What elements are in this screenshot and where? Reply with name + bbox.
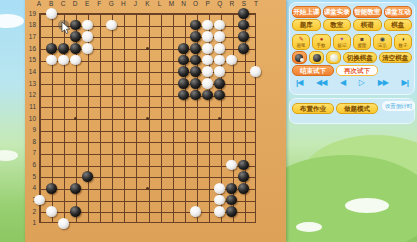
board-cell-H8[interactable] bbox=[117, 136, 129, 148]
board-cell-G4[interactable] bbox=[105, 182, 117, 194]
board-cell-Q8[interactable] bbox=[214, 136, 226, 148]
board-cell-L12[interactable] bbox=[153, 89, 165, 101]
board-cell-C8[interactable] bbox=[57, 136, 69, 148]
board-cell-T7[interactable] bbox=[250, 147, 262, 159]
game-record-button[interactable]: 棋谱 bbox=[353, 19, 382, 31]
board-cell-T12[interactable] bbox=[250, 89, 262, 101]
board-cell-C7[interactable] bbox=[57, 147, 69, 159]
board-cell-C6[interactable] bbox=[57, 159, 69, 171]
board-cell-Q19[interactable] bbox=[214, 8, 226, 20]
board-cell-M14[interactable] bbox=[166, 66, 178, 78]
board-cell-L1[interactable] bbox=[153, 217, 165, 229]
board-cell-F3[interactable] bbox=[93, 194, 105, 206]
board-cell-F8[interactable] bbox=[93, 136, 105, 148]
board-cell-G15[interactable] bbox=[105, 54, 117, 66]
forward-many-icon[interactable]: ▶▶ bbox=[378, 78, 388, 87]
board-cell-L19[interactable] bbox=[153, 8, 165, 20]
board-cell-B18[interactable] bbox=[45, 19, 57, 31]
board-cell-M6[interactable] bbox=[166, 159, 178, 171]
board-cell-Q14[interactable] bbox=[214, 66, 226, 78]
board-cell-T17[interactable] bbox=[250, 31, 262, 43]
board-cell-H16[interactable] bbox=[117, 43, 129, 55]
board-cell-P6[interactable] bbox=[202, 159, 214, 171]
board-cell-G16[interactable] bbox=[105, 43, 117, 55]
board-cell-S2[interactable] bbox=[238, 206, 250, 218]
board-cell-J15[interactable] bbox=[129, 54, 141, 66]
board-cell-P15[interactable] bbox=[202, 54, 214, 66]
board-cell-N19[interactable] bbox=[178, 8, 190, 20]
board-cell-K18[interactable] bbox=[141, 19, 153, 31]
set-countdown-button[interactable]: 设置倒计时 bbox=[382, 101, 415, 111]
board-cell-K7[interactable] bbox=[141, 147, 153, 159]
board-cell-J19[interactable] bbox=[129, 8, 141, 20]
board-cell-S8[interactable] bbox=[238, 136, 250, 148]
board-cell-H13[interactable] bbox=[117, 78, 129, 90]
board-cell-S7[interactable] bbox=[238, 147, 250, 159]
board-cell-S5[interactable] bbox=[238, 171, 250, 183]
board-cell-D10[interactable] bbox=[69, 113, 81, 125]
board-cell-M5[interactable] bbox=[166, 171, 178, 183]
move-number-tool-button[interactable]: ● 手数 bbox=[312, 34, 330, 50]
board-cell-E17[interactable] bbox=[81, 31, 93, 43]
board-cell-D11[interactable] bbox=[69, 101, 81, 113]
board-cell-T5[interactable] bbox=[250, 171, 262, 183]
board-cell-N4[interactable] bbox=[178, 182, 190, 194]
board-cell-B6[interactable] bbox=[45, 159, 57, 171]
board-cell-N13[interactable] bbox=[178, 78, 190, 90]
board-cell-D5[interactable] bbox=[69, 171, 81, 183]
board-cell-O7[interactable] bbox=[190, 147, 202, 159]
board-cell-E4[interactable] bbox=[81, 182, 93, 194]
board-cell-D16[interactable] bbox=[69, 43, 81, 55]
board-cell-A7[interactable] bbox=[33, 147, 45, 159]
board-cell-L16[interactable] bbox=[153, 43, 165, 55]
board-cell-H9[interactable] bbox=[117, 124, 129, 136]
board-cell-F6[interactable] bbox=[93, 159, 105, 171]
board-cell-D6[interactable] bbox=[69, 159, 81, 171]
board-cell-Q3[interactable] bbox=[214, 194, 226, 206]
board-cell-H3[interactable] bbox=[117, 194, 129, 206]
board-cell-O5[interactable] bbox=[190, 171, 202, 183]
board-cell-R1[interactable] bbox=[226, 217, 238, 229]
board-cell-A13[interactable] bbox=[33, 78, 45, 90]
board-cell-A16[interactable] bbox=[33, 43, 45, 55]
board-cell-N3[interactable] bbox=[178, 194, 190, 206]
board-cell-K19[interactable] bbox=[141, 8, 153, 20]
board-cell-M3[interactable] bbox=[166, 194, 178, 206]
board-cell-K14[interactable] bbox=[141, 66, 153, 78]
board-cell-T10[interactable] bbox=[250, 113, 262, 125]
board-cell-K9[interactable] bbox=[141, 124, 153, 136]
board-cell-S3[interactable] bbox=[238, 194, 250, 206]
board-cell-S17[interactable] bbox=[238, 31, 250, 43]
board-cell-P14[interactable] bbox=[202, 66, 214, 78]
board-cell-S12[interactable] bbox=[238, 89, 250, 101]
board-cell-S11[interactable] bbox=[238, 101, 250, 113]
board-cell-D1[interactable] bbox=[69, 217, 81, 229]
board-cell-D7[interactable] bbox=[69, 147, 81, 159]
board-cell-O11[interactable] bbox=[190, 101, 202, 113]
board-cell-A5[interactable] bbox=[33, 171, 45, 183]
board-cell-B2[interactable] bbox=[45, 206, 57, 218]
board-cell-E15[interactable] bbox=[81, 54, 93, 66]
board-cell-E9[interactable] bbox=[81, 124, 93, 136]
board-cell-C14[interactable] bbox=[57, 66, 69, 78]
board-cell-R13[interactable] bbox=[226, 78, 238, 90]
board-cell-E14[interactable] bbox=[81, 66, 93, 78]
board-cell-B9[interactable] bbox=[45, 124, 57, 136]
board-cell-B16[interactable] bbox=[45, 43, 57, 55]
play-icon[interactable]: ▷ bbox=[359, 78, 364, 87]
board-cell-L3[interactable] bbox=[153, 194, 165, 206]
board-cell-S10[interactable] bbox=[238, 113, 250, 125]
start-class-button[interactable]: 开始上课 bbox=[292, 6, 321, 18]
board-cell-P18[interactable] bbox=[202, 19, 214, 31]
board-cell-N18[interactable] bbox=[178, 19, 190, 31]
board-cell-J10[interactable] bbox=[129, 113, 141, 125]
board-cell-T18[interactable] bbox=[250, 19, 262, 31]
board-cell-T13[interactable] bbox=[250, 78, 262, 90]
board-cell-O4[interactable] bbox=[190, 182, 202, 194]
board-cell-K13[interactable] bbox=[141, 78, 153, 90]
board-cell-P5[interactable] bbox=[202, 171, 214, 183]
board-cell-N15[interactable] bbox=[178, 54, 190, 66]
black-stone-mode-button[interactable] bbox=[309, 51, 324, 64]
board-cell-K3[interactable] bbox=[141, 194, 153, 206]
board-cell-E10[interactable] bbox=[81, 113, 93, 125]
board-cell-C10[interactable] bbox=[57, 113, 69, 125]
board-cell-S18[interactable] bbox=[238, 19, 250, 31]
board-cell-T6[interactable] bbox=[250, 159, 262, 171]
board-cell-M2[interactable] bbox=[166, 206, 178, 218]
board-cell-O2[interactable] bbox=[190, 206, 202, 218]
classroom-button[interactable]: 教室 bbox=[323, 19, 352, 31]
board-cell-N17[interactable] bbox=[178, 31, 190, 43]
board-cell-K15[interactable] bbox=[141, 54, 153, 66]
board-cell-B7[interactable] bbox=[45, 147, 57, 159]
board-cell-Q18[interactable] bbox=[214, 19, 226, 31]
board-cell-L18[interactable] bbox=[153, 19, 165, 31]
board-cell-P1[interactable] bbox=[202, 217, 214, 229]
last-move-icon[interactable]: ▶| bbox=[402, 78, 408, 87]
board-cell-O8[interactable] bbox=[190, 136, 202, 148]
board-cell-A14[interactable] bbox=[33, 66, 45, 78]
board-cell-E11[interactable] bbox=[81, 101, 93, 113]
board-cell-C11[interactable] bbox=[57, 101, 69, 113]
board-cell-N16[interactable] bbox=[178, 43, 190, 55]
board-cell-C18[interactable] bbox=[57, 19, 69, 31]
board-cell-C5[interactable] bbox=[57, 171, 69, 183]
board-cell-B8[interactable] bbox=[45, 136, 57, 148]
board-cell-T16[interactable] bbox=[250, 43, 262, 55]
board-cell-P16[interactable] bbox=[202, 43, 214, 55]
board-cell-B3[interactable] bbox=[45, 194, 57, 206]
board-cell-T15[interactable] bbox=[250, 54, 262, 66]
board-cell-H7[interactable] bbox=[117, 147, 129, 159]
board-cell-P9[interactable] bbox=[202, 124, 214, 136]
board-cell-D13[interactable] bbox=[69, 78, 81, 90]
board-cell-P4[interactable] bbox=[202, 182, 214, 194]
board-cell-C19[interactable] bbox=[57, 8, 69, 20]
board-cell-K17[interactable] bbox=[141, 31, 153, 43]
board-cell-N12[interactable] bbox=[178, 89, 190, 101]
board-cell-J11[interactable] bbox=[129, 101, 141, 113]
board-cell-M16[interactable] bbox=[166, 43, 178, 55]
board-cell-M4[interactable] bbox=[166, 182, 178, 194]
board-cell-E5[interactable] bbox=[81, 171, 93, 183]
board-cell-F16[interactable] bbox=[93, 43, 105, 55]
board-cell-G13[interactable] bbox=[105, 78, 117, 90]
board-cell-G6[interactable] bbox=[105, 159, 117, 171]
board-cell-Q15[interactable] bbox=[214, 54, 226, 66]
board-cell-B15[interactable] bbox=[45, 54, 57, 66]
board-cell-N7[interactable] bbox=[178, 147, 190, 159]
board-cell-A4[interactable] bbox=[33, 182, 45, 194]
board-cell-D3[interactable] bbox=[69, 194, 81, 206]
board-cell-S15[interactable] bbox=[238, 54, 250, 66]
erase-tool-button[interactable]: ■ 擦除 bbox=[353, 34, 371, 50]
board-cell-D15[interactable] bbox=[69, 54, 81, 66]
board-cell-G8[interactable] bbox=[105, 136, 117, 148]
board-cell-R18[interactable] bbox=[226, 19, 238, 31]
board-cell-E8[interactable] bbox=[81, 136, 93, 148]
board-cell-L5[interactable] bbox=[153, 171, 165, 183]
board-cell-F13[interactable] bbox=[93, 78, 105, 90]
board-cell-J17[interactable] bbox=[129, 31, 141, 43]
board-cell-H4[interactable] bbox=[117, 182, 129, 194]
board-cell-N2[interactable] bbox=[178, 206, 190, 218]
board-cell-Q16[interactable] bbox=[214, 43, 226, 55]
board-cell-L2[interactable] bbox=[153, 206, 165, 218]
board-cell-Q1[interactable] bbox=[214, 217, 226, 229]
board-cell-J16[interactable] bbox=[129, 43, 141, 55]
board-cell-O13[interactable] bbox=[190, 78, 202, 90]
board-cell-P12[interactable] bbox=[202, 89, 214, 101]
board-cell-F7[interactable] bbox=[93, 147, 105, 159]
board-cell-G3[interactable] bbox=[105, 194, 117, 206]
board-cell-A17[interactable] bbox=[33, 31, 45, 43]
board-cell-L4[interactable] bbox=[153, 182, 165, 194]
board-cell-Q17[interactable] bbox=[214, 31, 226, 43]
board-cell-R17[interactable] bbox=[226, 31, 238, 43]
board-cell-T2[interactable] bbox=[250, 206, 262, 218]
board-cell-T11[interactable] bbox=[250, 101, 262, 113]
board-cell-G5[interactable] bbox=[105, 171, 117, 183]
board-cell-L11[interactable] bbox=[153, 101, 165, 113]
board-cell-A15[interactable] bbox=[33, 54, 45, 66]
board-cell-R15[interactable] bbox=[226, 54, 238, 66]
board-cell-O19[interactable] bbox=[190, 8, 202, 20]
board-cell-J2[interactable] bbox=[129, 206, 141, 218]
board-cell-F17[interactable] bbox=[93, 31, 105, 43]
board-cell-B10[interactable] bbox=[45, 113, 57, 125]
board-cell-M17[interactable] bbox=[166, 31, 178, 43]
board-cell-N9[interactable] bbox=[178, 124, 190, 136]
board-cell-F4[interactable] bbox=[93, 182, 105, 194]
board-cell-O12[interactable] bbox=[190, 89, 202, 101]
board-cell-L10[interactable] bbox=[153, 113, 165, 125]
board-cell-R2[interactable] bbox=[226, 206, 238, 218]
board-button[interactable]: 棋盘 bbox=[384, 19, 413, 31]
first-move-icon[interactable]: |◀ bbox=[296, 78, 302, 87]
board-cell-H2[interactable] bbox=[117, 206, 129, 218]
board-cell-F2[interactable] bbox=[93, 206, 105, 218]
board-cell-H6[interactable] bbox=[117, 159, 129, 171]
board-cell-T14[interactable] bbox=[250, 66, 262, 78]
board-cell-C12[interactable] bbox=[57, 89, 69, 101]
retry-trial-button[interactable]: 再次试下 bbox=[336, 65, 378, 76]
board-cell-K4[interactable] bbox=[141, 182, 153, 194]
board-cell-J13[interactable] bbox=[129, 78, 141, 90]
board-cell-B17[interactable] bbox=[45, 31, 57, 43]
board-cell-T4[interactable] bbox=[250, 182, 262, 194]
board-cell-H1[interactable] bbox=[117, 217, 129, 229]
back-one-icon[interactable]: ◀ bbox=[340, 78, 345, 87]
switch-board-button[interactable]: 切换棋盘 bbox=[343, 52, 377, 63]
board-cell-T9[interactable] bbox=[250, 124, 262, 136]
board-cell-K11[interactable] bbox=[141, 101, 153, 113]
board-cell-N5[interactable] bbox=[178, 171, 190, 183]
board-cell-E12[interactable] bbox=[81, 89, 93, 101]
board-cell-H19[interactable] bbox=[117, 8, 129, 20]
board-cell-G9[interactable] bbox=[105, 124, 117, 136]
board-cell-B4[interactable] bbox=[45, 182, 57, 194]
board-cell-M19[interactable] bbox=[166, 8, 178, 20]
board-cell-J7[interactable] bbox=[129, 147, 141, 159]
board-cell-A19[interactable] bbox=[33, 8, 45, 20]
board-cell-O9[interactable] bbox=[190, 124, 202, 136]
board-cell-A1[interactable] bbox=[33, 217, 45, 229]
board-cell-M18[interactable] bbox=[166, 19, 178, 31]
board-cell-Q6[interactable] bbox=[214, 159, 226, 171]
board-cell-K5[interactable] bbox=[141, 171, 153, 183]
board-cell-K6[interactable] bbox=[141, 159, 153, 171]
board-cell-H11[interactable] bbox=[117, 101, 129, 113]
board-cell-O3[interactable] bbox=[190, 194, 202, 206]
board-cell-H18[interactable] bbox=[117, 19, 129, 31]
board-cell-L8[interactable] bbox=[153, 136, 165, 148]
board-cell-N10[interactable] bbox=[178, 113, 190, 125]
board-cell-N1[interactable] bbox=[178, 217, 190, 229]
board-cell-P11[interactable] bbox=[202, 101, 214, 113]
board-cell-K2[interactable] bbox=[141, 206, 153, 218]
board-cell-L15[interactable] bbox=[153, 54, 165, 66]
board-cell-R19[interactable] bbox=[226, 8, 238, 20]
board-cell-G1[interactable] bbox=[105, 217, 117, 229]
board-cell-M9[interactable] bbox=[166, 124, 178, 136]
board-cell-D14[interactable] bbox=[69, 66, 81, 78]
board-cell-D4[interactable] bbox=[69, 182, 81, 194]
board-cell-Q9[interactable] bbox=[214, 124, 226, 136]
board-cell-A12[interactable] bbox=[33, 89, 45, 101]
board-cell-S9[interactable] bbox=[238, 124, 250, 136]
board-cell-C16[interactable] bbox=[57, 43, 69, 55]
board-cell-J14[interactable] bbox=[129, 66, 141, 78]
board-cell-G7[interactable] bbox=[105, 147, 117, 159]
board-cell-N6[interactable] bbox=[178, 159, 190, 171]
board-cell-B1[interactable] bbox=[45, 217, 57, 229]
count-tool-button[interactable]: ◑ 数子 bbox=[394, 34, 412, 50]
board-cell-J1[interactable] bbox=[129, 217, 141, 229]
board-cell-D19[interactable] bbox=[69, 8, 81, 20]
board-cell-K1[interactable] bbox=[141, 217, 153, 229]
board-cell-H12[interactable] bbox=[117, 89, 129, 101]
board-cell-L9[interactable] bbox=[153, 124, 165, 136]
board-cell-B13[interactable] bbox=[45, 78, 57, 90]
board-cell-A18[interactable] bbox=[33, 19, 45, 31]
board-cell-Q4[interactable] bbox=[214, 182, 226, 194]
board-cell-E6[interactable] bbox=[81, 159, 93, 171]
board-cell-S6[interactable] bbox=[238, 159, 250, 171]
board-cell-F10[interactable] bbox=[93, 113, 105, 125]
board-cell-O1[interactable] bbox=[190, 217, 202, 229]
board-cell-O10[interactable] bbox=[190, 113, 202, 125]
board-cell-F1[interactable] bbox=[93, 217, 105, 229]
board-cell-O6[interactable] bbox=[190, 159, 202, 171]
board-cell-D2[interactable] bbox=[69, 206, 81, 218]
board-cell-R8[interactable] bbox=[226, 136, 238, 148]
board-cell-S14[interactable] bbox=[238, 66, 250, 78]
board-cell-A8[interactable] bbox=[33, 136, 45, 148]
board-cell-M1[interactable] bbox=[166, 217, 178, 229]
board-cell-P8[interactable] bbox=[202, 136, 214, 148]
board-cell-D12[interactable] bbox=[69, 89, 81, 101]
board-cell-Q2[interactable] bbox=[214, 206, 226, 218]
board-cell-M12[interactable] bbox=[166, 89, 178, 101]
board-cell-K8[interactable] bbox=[141, 136, 153, 148]
board-cell-C2[interactable] bbox=[57, 206, 69, 218]
board-cell-F18[interactable] bbox=[93, 19, 105, 31]
board-cell-E16[interactable] bbox=[81, 43, 93, 55]
board-cell-P7[interactable] bbox=[202, 147, 214, 159]
board-cell-E1[interactable] bbox=[81, 217, 93, 229]
board-cell-S1[interactable] bbox=[238, 217, 250, 229]
board-cell-J6[interactable] bbox=[129, 159, 141, 171]
board-cell-J9[interactable] bbox=[129, 124, 141, 136]
board-cell-S19[interactable] bbox=[238, 8, 250, 20]
board-cell-F9[interactable] bbox=[93, 124, 105, 136]
board-cell-F5[interactable] bbox=[93, 171, 105, 183]
board-cell-S13[interactable] bbox=[238, 78, 250, 90]
board-cell-O15[interactable] bbox=[190, 54, 202, 66]
board-cell-E13[interactable] bbox=[81, 78, 93, 90]
board-cell-A2[interactable] bbox=[33, 206, 45, 218]
board-cell-P10[interactable] bbox=[202, 113, 214, 125]
board-cell-R12[interactable] bbox=[226, 89, 238, 101]
board-cell-E3[interactable] bbox=[81, 194, 93, 206]
board-cell-R7[interactable] bbox=[226, 147, 238, 159]
board-cell-G11[interactable] bbox=[105, 101, 117, 113]
board-cell-T3[interactable] bbox=[250, 194, 262, 206]
smart-classroom-button[interactable]: 智能教室 bbox=[353, 6, 382, 18]
board-cell-H14[interactable] bbox=[117, 66, 129, 78]
board-cell-O17[interactable] bbox=[190, 31, 202, 43]
board-cell-H5[interactable] bbox=[117, 171, 129, 183]
board-cell-J18[interactable] bbox=[129, 19, 141, 31]
board-cell-K12[interactable] bbox=[141, 89, 153, 101]
board-cell-F14[interactable] bbox=[93, 66, 105, 78]
board-cell-G14[interactable] bbox=[105, 66, 117, 78]
board-cell-P2[interactable] bbox=[202, 206, 214, 218]
board-cell-J4[interactable] bbox=[129, 182, 141, 194]
board-cell-C4[interactable] bbox=[57, 182, 69, 194]
board-cell-C15[interactable] bbox=[57, 54, 69, 66]
board-cell-G18[interactable] bbox=[105, 19, 117, 31]
board-cell-Q5[interactable] bbox=[214, 171, 226, 183]
board-cell-R5[interactable] bbox=[226, 171, 238, 183]
board-cell-R11[interactable] bbox=[226, 101, 238, 113]
board-cell-M15[interactable] bbox=[166, 54, 178, 66]
